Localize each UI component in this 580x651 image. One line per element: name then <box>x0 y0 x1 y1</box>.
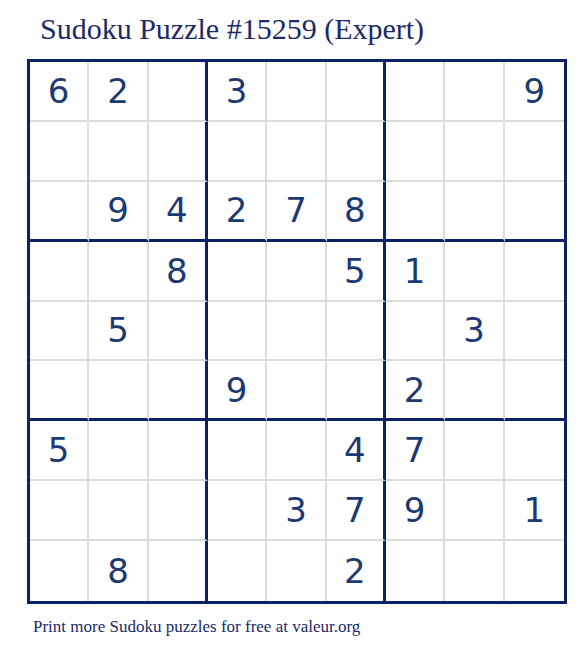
cell-r6c3[interactable] <box>149 361 208 421</box>
cell-r7c9[interactable] <box>505 421 564 481</box>
cell-r1c7[interactable] <box>386 62 445 122</box>
cell-r8c5[interactable]: 3 <box>267 481 326 541</box>
cell-r1c3[interactable] <box>149 62 208 122</box>
cell-r9c4[interactable] <box>208 541 267 601</box>
cell-r2c7[interactable] <box>386 122 445 182</box>
cell-r2c1[interactable] <box>30 122 89 182</box>
cell-r1c1[interactable]: 6 <box>30 62 89 122</box>
cell-r3c3[interactable]: 4 <box>149 182 208 242</box>
cell-r6c2[interactable] <box>89 361 148 421</box>
sudoku-page: Sudoku Puzzle #15259 (Expert) 6239942788… <box>0 0 580 651</box>
cell-r5c8[interactable]: 3 <box>445 302 504 362</box>
cell-r3c4[interactable]: 2 <box>208 182 267 242</box>
cell-r6c8[interactable] <box>445 361 504 421</box>
cell-r6c7[interactable]: 2 <box>386 361 445 421</box>
cell-r9c6[interactable]: 2 <box>327 541 386 601</box>
cell-r3c7[interactable] <box>386 182 445 242</box>
cell-r7c7[interactable]: 7 <box>386 421 445 481</box>
footer-text: Print more Sudoku puzzles for free at va… <box>33 617 360 637</box>
cell-r6c5[interactable] <box>267 361 326 421</box>
cell-r8c7[interactable]: 9 <box>386 481 445 541</box>
cell-r1c9[interactable]: 9 <box>505 62 564 122</box>
cell-r3c8[interactable] <box>445 182 504 242</box>
cell-r2c8[interactable] <box>445 122 504 182</box>
cell-r3c9[interactable] <box>505 182 564 242</box>
cell-r2c6[interactable] <box>327 122 386 182</box>
cell-r4c8[interactable] <box>445 242 504 302</box>
sudoku-board: 6239942788515392547379182 <box>27 59 567 604</box>
cell-r8c1[interactable] <box>30 481 89 541</box>
cell-r3c5[interactable]: 7 <box>267 182 326 242</box>
cell-r4c4[interactable] <box>208 242 267 302</box>
cell-r5c2[interactable]: 5 <box>89 302 148 362</box>
cell-r4c5[interactable] <box>267 242 326 302</box>
cell-r8c4[interactable] <box>208 481 267 541</box>
cell-r9c1[interactable] <box>30 541 89 601</box>
cell-r2c3[interactable] <box>149 122 208 182</box>
cell-r1c2[interactable]: 2 <box>89 62 148 122</box>
cell-r9c2[interactable]: 8 <box>89 541 148 601</box>
cell-r6c4[interactable]: 9 <box>208 361 267 421</box>
cell-r4c1[interactable] <box>30 242 89 302</box>
cell-r1c6[interactable] <box>327 62 386 122</box>
cell-r7c6[interactable]: 4 <box>327 421 386 481</box>
cell-r4c9[interactable] <box>505 242 564 302</box>
cell-r8c2[interactable] <box>89 481 148 541</box>
cell-r6c9[interactable] <box>505 361 564 421</box>
cell-r7c5[interactable] <box>267 421 326 481</box>
cell-r1c5[interactable] <box>267 62 326 122</box>
cell-r7c3[interactable] <box>149 421 208 481</box>
cell-r3c2[interactable]: 9 <box>89 182 148 242</box>
cell-r3c1[interactable] <box>30 182 89 242</box>
cell-r1c8[interactable] <box>445 62 504 122</box>
cell-r2c5[interactable] <box>267 122 326 182</box>
cell-r7c1[interactable]: 5 <box>30 421 89 481</box>
cell-r2c4[interactable] <box>208 122 267 182</box>
cell-r5c6[interactable] <box>327 302 386 362</box>
cell-r8c8[interactable] <box>445 481 504 541</box>
cell-r9c3[interactable] <box>149 541 208 601</box>
cell-r9c8[interactable] <box>445 541 504 601</box>
cell-r5c7[interactable] <box>386 302 445 362</box>
cell-r2c2[interactable] <box>89 122 148 182</box>
cell-r8c9[interactable]: 1 <box>505 481 564 541</box>
cell-r7c4[interactable] <box>208 421 267 481</box>
cell-r9c7[interactable] <box>386 541 445 601</box>
cell-r5c9[interactable] <box>505 302 564 362</box>
cell-r8c3[interactable] <box>149 481 208 541</box>
cell-r9c5[interactable] <box>267 541 326 601</box>
cell-r4c3[interactable]: 8 <box>149 242 208 302</box>
cell-r2c9[interactable] <box>505 122 564 182</box>
cell-r4c7[interactable]: 1 <box>386 242 445 302</box>
cell-r5c1[interactable] <box>30 302 89 362</box>
cell-r1c4[interactable]: 3 <box>208 62 267 122</box>
cell-r8c6[interactable]: 7 <box>327 481 386 541</box>
cell-r4c6[interactable]: 5 <box>327 242 386 302</box>
cell-r6c6[interactable] <box>327 361 386 421</box>
cell-r5c3[interactable] <box>149 302 208 362</box>
cell-r4c2[interactable] <box>89 242 148 302</box>
cell-r9c9[interactable] <box>505 541 564 601</box>
cell-r7c2[interactable] <box>89 421 148 481</box>
cell-r5c5[interactable] <box>267 302 326 362</box>
cell-r5c4[interactable] <box>208 302 267 362</box>
cell-r6c1[interactable] <box>30 361 89 421</box>
page-title: Sudoku Puzzle #15259 (Expert) <box>40 12 424 46</box>
cell-r3c6[interactable]: 8 <box>327 182 386 242</box>
cell-r7c8[interactable] <box>445 421 504 481</box>
